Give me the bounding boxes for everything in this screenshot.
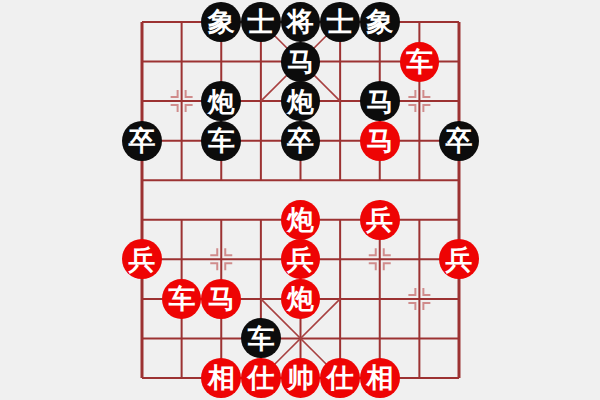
piece-black-f3r0[interactable]: 士 xyxy=(241,2,281,42)
piece-glyph: 士 xyxy=(247,8,274,35)
piece-black-f4r2[interactable]: 炮 xyxy=(281,81,321,121)
red-piece-disc[interactable]: 兵 xyxy=(281,239,321,279)
piece-glyph: 仕 xyxy=(327,364,354,391)
piece-glyph: 卒 xyxy=(287,127,314,154)
piece-red-f4r9[interactable]: 帅 xyxy=(281,358,321,398)
board-grid[interactable]: 象士将士象马车炮炮马卒车卒马卒炮兵兵兵兵车马炮车相仕帅仕相 xyxy=(122,2,479,398)
red-piece-disc[interactable]: 仕 xyxy=(320,358,360,398)
piece-red-f6r5[interactable]: 兵 xyxy=(360,200,400,240)
red-piece-disc[interactable]: 兵 xyxy=(122,239,162,279)
piece-red-f7r1[interactable]: 车 xyxy=(400,42,440,82)
piece-black-f5r0[interactable]: 士 xyxy=(320,2,360,42)
black-piece-disc[interactable]: 卒 xyxy=(439,121,479,161)
piece-glyph: 将 xyxy=(287,8,314,35)
piece-glyph: 马 xyxy=(366,127,393,154)
piece-black-f6r0[interactable]: 象 xyxy=(360,2,400,42)
piece-glyph: 马 xyxy=(287,48,314,75)
piece-black-f4r3[interactable]: 卒 xyxy=(281,121,321,161)
piece-glyph: 车 xyxy=(168,285,195,312)
piece-glyph: 兵 xyxy=(366,206,393,233)
piece-glyph: 卒 xyxy=(129,127,156,154)
red-piece-disc[interactable]: 兵 xyxy=(439,239,479,279)
xiangqi-board-screenshot: 象士将士象马车炮炮马卒车卒马卒炮兵兵兵兵车马炮车相仕帅仕相 xyxy=(0,0,600,400)
red-piece-disc[interactable]: 相 xyxy=(360,358,400,398)
black-piece-disc[interactable]: 车 xyxy=(241,318,281,358)
piece-red-f6r3[interactable]: 马 xyxy=(360,121,400,161)
red-piece-disc[interactable]: 炮 xyxy=(281,200,321,240)
piece-glyph: 象 xyxy=(208,8,235,35)
piece-red-f4r6[interactable]: 兵 xyxy=(281,239,321,279)
piece-black-f6r2[interactable]: 马 xyxy=(360,81,400,121)
piece-red-f6r9[interactable]: 相 xyxy=(360,358,400,398)
red-piece-disc[interactable]: 仕 xyxy=(241,358,281,398)
red-piece-disc[interactable]: 兵 xyxy=(360,200,400,240)
black-piece-disc[interactable]: 将 xyxy=(281,2,321,42)
piece-red-f0r6[interactable]: 兵 xyxy=(122,239,162,279)
piece-glyph: 士 xyxy=(327,8,354,35)
piece-red-f4r5[interactable]: 炮 xyxy=(281,200,321,240)
black-piece-disc[interactable]: 炮 xyxy=(281,81,321,121)
piece-glyph: 炮 xyxy=(287,88,314,115)
piece-glyph: 兵 xyxy=(129,246,156,273)
piece-black-f2r3[interactable]: 车 xyxy=(201,121,241,161)
piece-glyph: 炮 xyxy=(287,206,314,233)
black-piece-disc[interactable]: 炮 xyxy=(201,81,241,121)
piece-glyph: 车 xyxy=(406,48,433,75)
piece-glyph: 马 xyxy=(366,88,393,115)
red-piece-disc[interactable]: 马 xyxy=(360,121,400,161)
piece-glyph: 马 xyxy=(208,285,235,312)
red-piece-disc[interactable]: 帅 xyxy=(281,358,321,398)
piece-black-f4r0[interactable]: 将 xyxy=(281,2,321,42)
piece-black-f3r8[interactable]: 车 xyxy=(241,319,281,359)
red-piece-disc[interactable]: 车 xyxy=(400,42,440,82)
piece-glyph: 相 xyxy=(208,364,235,391)
piece-red-f2r9[interactable]: 相 xyxy=(201,358,241,398)
piece-black-f2r0[interactable]: 象 xyxy=(201,2,241,42)
piece-glyph: 仕 xyxy=(247,364,274,391)
piece-glyph: 帅 xyxy=(287,364,314,391)
piece-red-f1r7[interactable]: 车 xyxy=(162,279,202,319)
piece-glyph: 卒 xyxy=(446,127,473,154)
black-piece-disc[interactable]: 马 xyxy=(281,42,321,82)
piece-red-f8r6[interactable]: 兵 xyxy=(439,239,479,279)
piece-glyph: 相 xyxy=(366,364,393,391)
piece-black-f8r3[interactable]: 卒 xyxy=(439,121,479,161)
piece-red-f2r7[interactable]: 马 xyxy=(201,279,241,319)
piece-glyph: 炮 xyxy=(287,285,314,312)
black-piece-disc[interactable]: 卒 xyxy=(281,121,321,161)
black-piece-disc[interactable]: 士 xyxy=(241,2,281,42)
piece-glyph: 车 xyxy=(208,127,235,154)
piece-glyph: 兵 xyxy=(446,246,473,273)
red-piece-disc[interactable]: 车 xyxy=(162,279,202,319)
piece-red-f5r9[interactable]: 仕 xyxy=(320,358,360,398)
piece-glyph: 车 xyxy=(247,325,274,352)
piece-black-f4r1[interactable]: 马 xyxy=(281,42,321,82)
piece-black-f0r3[interactable]: 卒 xyxy=(122,121,162,161)
black-piece-disc[interactable]: 象 xyxy=(360,2,400,42)
red-piece-disc[interactable]: 相 xyxy=(201,358,241,398)
piece-glyph: 象 xyxy=(366,8,393,35)
black-piece-disc[interactable]: 士 xyxy=(320,2,360,42)
red-piece-disc[interactable]: 炮 xyxy=(281,279,321,319)
piece-red-f4r7[interactable]: 炮 xyxy=(281,279,321,319)
piece-glyph: 兵 xyxy=(287,246,314,273)
black-piece-disc[interactable]: 象 xyxy=(201,2,241,42)
piece-red-f3r9[interactable]: 仕 xyxy=(241,358,281,398)
piece-black-f2r2[interactable]: 炮 xyxy=(201,81,241,121)
black-piece-disc[interactable]: 卒 xyxy=(122,121,162,161)
black-piece-disc[interactable]: 车 xyxy=(201,121,241,161)
piece-glyph: 炮 xyxy=(208,88,235,115)
black-piece-disc[interactable]: 马 xyxy=(360,81,400,121)
red-piece-disc[interactable]: 马 xyxy=(201,279,241,319)
